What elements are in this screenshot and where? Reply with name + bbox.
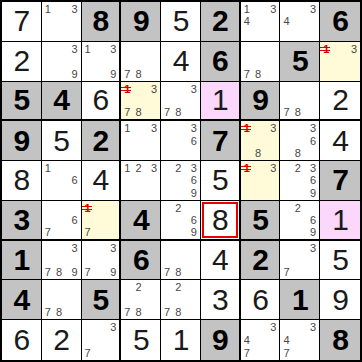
cell-r4c6[interactable]: 7 bbox=[201, 121, 241, 161]
solved-digit: 5 bbox=[332, 245, 348, 275]
cell-r2c8[interactable]: 5 bbox=[280, 42, 320, 82]
candidate-mark: 6 bbox=[71, 174, 79, 186]
candidate-mark: 3 bbox=[270, 122, 278, 134]
cell-r2c6[interactable]: 6 bbox=[201, 42, 241, 82]
candidate-mark: 3 bbox=[71, 43, 79, 55]
candidate-mark: 3 bbox=[310, 3, 318, 15]
pencil-marks: 16 bbox=[43, 162, 80, 199]
given-digit: 9 bbox=[212, 325, 228, 355]
cell-r2c3[interactable]: 139 bbox=[82, 42, 122, 82]
cell-r6c9[interactable]: 1 bbox=[320, 201, 360, 241]
solved-digit: 9 bbox=[332, 285, 348, 315]
pencil-marks: 379 bbox=[83, 242, 119, 279]
candidate-mark: 9 bbox=[71, 68, 79, 80]
candidate-mark: 9 bbox=[110, 266, 118, 278]
candidate-mark: 7 bbox=[162, 106, 170, 118]
candidate-mark: 3 bbox=[71, 3, 79, 15]
candidate-mark: 3 bbox=[151, 83, 159, 95]
cell-r4c9[interactable]: 4 bbox=[320, 121, 360, 161]
candidate-mark: 8 bbox=[294, 147, 301, 159]
candidate-mark: 7 bbox=[43, 266, 51, 278]
candidate-mark: 4 bbox=[281, 334, 289, 346]
candidate-mark: 9 bbox=[310, 226, 318, 238]
pencil-marks: 78 bbox=[242, 43, 279, 80]
candidate-mark: 8 bbox=[254, 68, 261, 80]
pencil-marks: 78 bbox=[122, 43, 159, 80]
candidate-mark: 7 bbox=[162, 306, 170, 318]
candidate-mark: 6 bbox=[71, 214, 79, 226]
candidate-mark: 4 bbox=[242, 334, 250, 346]
cell-r7c7[interactable]: 2 bbox=[241, 241, 281, 281]
given-digit: 5 bbox=[292, 46, 308, 76]
candidate-mark: 3 bbox=[270, 321, 278, 333]
cell-r4c5[interactable]: 36 bbox=[161, 121, 201, 161]
given-digit: 2 bbox=[93, 126, 109, 156]
cell-r3c3[interactable]: 6 bbox=[82, 82, 122, 122]
cell-r3c9[interactable]: 2 bbox=[320, 82, 360, 122]
cell-r7c8[interactable]: 37 bbox=[280, 241, 320, 281]
solved-digit: 1 bbox=[212, 85, 228, 115]
candidate-mark: 8 bbox=[55, 266, 62, 278]
cell-r8c1[interactable]: 4 bbox=[2, 280, 42, 320]
cell-r4c3[interactable]: 2 bbox=[82, 121, 122, 161]
pencil-marks: 378 bbox=[162, 83, 199, 119]
given-digit: 1 bbox=[14, 245, 30, 275]
candidate-mark: 9 bbox=[71, 266, 79, 278]
candidate-mark: 2 bbox=[294, 162, 301, 174]
cell-r2c7[interactable]: 78 bbox=[241, 42, 281, 82]
given-digit: 2 bbox=[252, 245, 268, 275]
cell-r5c9[interactable]: 7 bbox=[320, 161, 360, 201]
cell-r6c2[interactable]: 67 bbox=[42, 201, 82, 241]
cell-r6c4[interactable]: 4 bbox=[121, 201, 161, 241]
solved-digit: 8 bbox=[14, 165, 30, 195]
candidate-mark: 8 bbox=[135, 106, 142, 118]
candidate-mark: 3 bbox=[110, 43, 118, 55]
candidate-mark: 3 bbox=[310, 162, 318, 174]
eliminated-candidate-mark: 1 bbox=[122, 83, 130, 95]
candidate-mark: 7 bbox=[43, 226, 51, 238]
cell-r7c1[interactable]: 1 bbox=[2, 241, 42, 281]
given-digit: 5 bbox=[252, 205, 268, 235]
candidate-mark: 3 bbox=[151, 122, 159, 134]
candidate-mark: 7 bbox=[83, 266, 91, 278]
pencil-marks: 3789 bbox=[43, 242, 80, 279]
cell-r9c3[interactable]: 37 bbox=[82, 320, 122, 360]
solved-digit: 3 bbox=[212, 285, 228, 315]
solved-digit: 1 bbox=[173, 325, 189, 355]
cell-r6c5[interactable]: 269 bbox=[161, 201, 201, 241]
candidate-mark: 8 bbox=[174, 106, 181, 118]
candidate-mark: 8 bbox=[294, 106, 301, 118]
cell-r1c6[interactable]: 2 bbox=[201, 2, 241, 42]
cell-r9c8[interactable]: 347 bbox=[280, 320, 320, 360]
sudoku-board: 7138952134346239139784678513546137837819… bbox=[0, 0, 362, 362]
candidate-mark: 8 bbox=[254, 147, 261, 159]
given-digit: 4 bbox=[53, 85, 69, 115]
candidate-mark: 2 bbox=[174, 281, 181, 293]
candidate-mark: 2 bbox=[294, 202, 301, 214]
candidate-mark: 7 bbox=[83, 226, 91, 238]
cell-r4c8[interactable]: 368 bbox=[280, 121, 320, 161]
pencil-marks: 67 bbox=[43, 202, 80, 238]
pencil-marks: 78 bbox=[162, 242, 199, 279]
cell-r2c5[interactable]: 4 bbox=[161, 42, 201, 82]
candidate-mark: 7 bbox=[281, 347, 289, 359]
given-digit: 4 bbox=[133, 205, 149, 235]
solved-digit: 8 bbox=[212, 205, 228, 235]
solved-digit: 7 bbox=[14, 6, 30, 36]
solved-digit: 5 bbox=[53, 126, 69, 156]
cell-r4c4[interactable]: 13 bbox=[121, 121, 161, 161]
pencil-marks: 13 bbox=[242, 162, 279, 199]
cell-r1c9[interactable]: 6 bbox=[320, 2, 360, 42]
cell-r9c5[interactable]: 1 bbox=[161, 320, 201, 360]
cell-r6c6[interactable]: 8 bbox=[201, 201, 241, 241]
candidate-mark: 7 bbox=[162, 266, 170, 278]
cell-r2c4[interactable]: 78 bbox=[121, 42, 161, 82]
candidate-mark: 7 bbox=[83, 347, 91, 359]
cell-r8c8[interactable]: 1 bbox=[280, 280, 320, 320]
pencil-marks: 123 bbox=[122, 162, 159, 199]
cell-r8c4[interactable]: 278 bbox=[121, 280, 161, 320]
pencil-marks: 138 bbox=[242, 122, 279, 159]
solved-digit: 5 bbox=[173, 6, 189, 36]
candidate-mark: 7 bbox=[281, 106, 289, 118]
cell-r8c2[interactable]: 78 bbox=[42, 280, 82, 320]
pencil-marks: 1378 bbox=[122, 83, 159, 119]
given-digit: 2 bbox=[212, 6, 228, 36]
candidate-mark: 3 bbox=[310, 122, 318, 134]
candidate-mark: 1 bbox=[122, 162, 130, 174]
eliminated-candidate-mark: 1 bbox=[242, 122, 250, 134]
cell-r9c9[interactable]: 8 bbox=[320, 320, 360, 360]
cell-r1c4[interactable]: 9 bbox=[121, 2, 161, 42]
candidate-mark: 3 bbox=[110, 321, 118, 333]
pencil-marks: 13 bbox=[321, 43, 359, 80]
solved-digit: 4 bbox=[212, 245, 228, 275]
candidate-mark: 9 bbox=[191, 187, 199, 199]
cell-r9c1[interactable]: 6 bbox=[2, 320, 42, 360]
cell-r9c6[interactable]: 9 bbox=[201, 320, 241, 360]
candidate-mark: 2 bbox=[135, 281, 142, 293]
candidate-mark: 4 bbox=[281, 15, 289, 27]
candidate-mark: 3 bbox=[71, 242, 79, 254]
cell-r1c2[interactable]: 13 bbox=[42, 2, 82, 42]
cell-r5c2[interactable]: 16 bbox=[42, 161, 82, 201]
cell-r8c5[interactable]: 278 bbox=[161, 280, 201, 320]
candidate-mark: 2 bbox=[174, 202, 181, 214]
given-digit: 5 bbox=[14, 85, 30, 115]
pencil-marks: 39 bbox=[43, 43, 80, 80]
cell-r3c8[interactable]: 78 bbox=[280, 82, 320, 122]
candidate-mark: 3 bbox=[270, 162, 278, 174]
cell-r2c2[interactable]: 39 bbox=[42, 42, 82, 82]
solved-digit: 6 bbox=[93, 85, 109, 115]
cell-r3c2[interactable]: 4 bbox=[42, 82, 82, 122]
candidate-mark: 9 bbox=[110, 68, 118, 80]
candidate-mark: 6 bbox=[191, 135, 199, 147]
pencil-marks: 17 bbox=[83, 202, 119, 238]
solved-digit: 6 bbox=[252, 285, 268, 315]
cell-r5c8[interactable]: 2369 bbox=[280, 161, 320, 201]
candidate-mark: 7 bbox=[242, 347, 250, 359]
candidate-mark: 7 bbox=[122, 306, 130, 318]
solved-digit: 4 bbox=[93, 165, 109, 195]
given-digit: 9 bbox=[252, 85, 268, 115]
eliminated-candidate-mark: 1 bbox=[321, 43, 329, 55]
solved-digit: 4 bbox=[332, 126, 348, 156]
cell-r5c3[interactable]: 4 bbox=[82, 161, 122, 201]
cell-r1c7[interactable]: 134 bbox=[241, 2, 281, 42]
candidate-mark: 7 bbox=[122, 68, 130, 80]
candidate-mark: 1 bbox=[242, 3, 250, 15]
candidate-mark: 6 bbox=[310, 214, 318, 226]
candidate-mark: 3 bbox=[191, 162, 199, 174]
cell-r1c5[interactable]: 5 bbox=[161, 2, 201, 42]
pencil-marks: 278 bbox=[162, 281, 199, 318]
cell-r3c6[interactable]: 1 bbox=[201, 82, 241, 122]
cell-r1c8[interactable]: 34 bbox=[280, 2, 320, 42]
given-digit: 7 bbox=[212, 126, 228, 156]
cell-r5c6[interactable]: 5 bbox=[201, 161, 241, 201]
given-digit: 6 bbox=[212, 46, 228, 76]
cell-r7c9[interactable]: 5 bbox=[320, 241, 360, 281]
pencil-marks: 13 bbox=[122, 122, 159, 159]
cell-r7c2[interactable]: 3789 bbox=[42, 241, 82, 281]
pencil-marks: 78 bbox=[281, 83, 318, 119]
candidate-mark: 9 bbox=[310, 187, 318, 199]
cell-r1c3[interactable]: 8 bbox=[82, 2, 122, 42]
solved-digit: 6 bbox=[14, 325, 30, 355]
solved-digit: 2 bbox=[14, 46, 30, 76]
candidate-mark: 8 bbox=[174, 306, 181, 318]
candidate-mark: 8 bbox=[135, 68, 142, 80]
pencil-marks: 134 bbox=[242, 3, 279, 40]
cell-r3c4[interactable]: 1378 bbox=[121, 82, 161, 122]
cell-r7c5[interactable]: 78 bbox=[161, 241, 201, 281]
pencil-marks: 2369 bbox=[281, 162, 318, 199]
given-digit: 9 bbox=[133, 6, 149, 36]
eliminated-candidate-mark: 1 bbox=[83, 202, 91, 214]
cell-r3c1[interactable]: 5 bbox=[2, 82, 42, 122]
given-digit: 6 bbox=[133, 245, 149, 275]
cell-r7c4[interactable]: 6 bbox=[121, 241, 161, 281]
cell-r9c4[interactable]: 5 bbox=[121, 320, 161, 360]
pencil-marks: 347 bbox=[281, 321, 318, 359]
given-digit: 6 bbox=[332, 6, 348, 36]
candidate-mark: 1 bbox=[43, 162, 51, 174]
candidate-mark: 3 bbox=[110, 242, 118, 254]
pencil-marks: 78 bbox=[43, 281, 80, 318]
candidate-mark: 3 bbox=[151, 162, 159, 174]
candidate-mark: 9 bbox=[191, 226, 199, 238]
candidate-mark: 6 bbox=[310, 135, 318, 147]
cell-r5c4[interactable]: 123 bbox=[121, 161, 161, 201]
cell-r5c7[interactable]: 13 bbox=[241, 161, 281, 201]
cell-r1c1[interactable]: 7 bbox=[2, 2, 42, 42]
pencil-marks: 278 bbox=[122, 281, 159, 318]
cell-r7c3[interactable]: 379 bbox=[82, 241, 122, 281]
candidate-mark: 2 bbox=[135, 162, 142, 174]
given-digit: 5 bbox=[93, 285, 109, 315]
cell-r5c1[interactable]: 8 bbox=[2, 161, 42, 201]
cell-r4c2[interactable]: 5 bbox=[42, 121, 82, 161]
given-digit: 9 bbox=[14, 126, 30, 156]
eliminated-candidate-mark: 1 bbox=[242, 162, 250, 174]
candidate-mark: 6 bbox=[191, 174, 199, 186]
candidate-mark: 6 bbox=[310, 174, 318, 186]
pencil-marks: 37 bbox=[83, 321, 119, 359]
pencil-marks: 347 bbox=[242, 321, 279, 359]
candidate-mark: 3 bbox=[310, 242, 318, 254]
given-digit: 1 bbox=[292, 285, 308, 315]
candidate-mark: 2 bbox=[174, 162, 181, 174]
candidate-mark: 7 bbox=[43, 306, 51, 318]
candidate-mark: 1 bbox=[83, 43, 91, 55]
cell-r7c6[interactable]: 4 bbox=[201, 241, 241, 281]
given-digit: 3 bbox=[14, 205, 30, 235]
cell-r6c1[interactable]: 3 bbox=[2, 201, 42, 241]
candidate-mark: 3 bbox=[191, 83, 199, 95]
solved-digit: 5 bbox=[133, 325, 149, 355]
cell-r9c2[interactable]: 2 bbox=[42, 320, 82, 360]
candidate-mark: 3 bbox=[351, 43, 359, 55]
candidate-mark: 3 bbox=[270, 3, 278, 15]
cell-r5c5[interactable]: 2369 bbox=[161, 161, 201, 201]
given-digit: 8 bbox=[93, 6, 109, 36]
solved-digit: 4 bbox=[173, 46, 189, 76]
pencil-marks: 139 bbox=[83, 43, 119, 80]
cell-r3c5[interactable]: 378 bbox=[161, 82, 201, 122]
pencil-marks: 2369 bbox=[162, 162, 199, 199]
pencil-marks: 13 bbox=[43, 3, 80, 40]
candidate-mark: 7 bbox=[242, 68, 250, 80]
pencil-marks: 269 bbox=[162, 202, 199, 238]
pencil-marks: 368 bbox=[281, 122, 318, 159]
solved-digit: 2 bbox=[332, 85, 348, 115]
candidate-mark: 3 bbox=[191, 122, 199, 134]
solved-digit: 1 bbox=[332, 205, 348, 235]
pencil-marks: 34 bbox=[281, 3, 318, 40]
pencil-marks: 36 bbox=[162, 122, 199, 159]
given-digit: 8 bbox=[332, 325, 348, 355]
candidate-mark: 8 bbox=[174, 266, 181, 278]
cell-r8c7[interactable]: 6 bbox=[241, 280, 281, 320]
candidate-mark: 8 bbox=[135, 306, 142, 318]
candidate-mark: 1 bbox=[43, 3, 51, 15]
cell-r6c3[interactable]: 17 bbox=[82, 201, 122, 241]
pencil-marks: 37 bbox=[281, 242, 318, 279]
candidate-mark: 3 bbox=[310, 321, 318, 333]
candidate-mark: 7 bbox=[281, 266, 289, 278]
candidate-mark: 7 bbox=[122, 106, 130, 118]
cell-r4c7[interactable]: 138 bbox=[241, 121, 281, 161]
cell-r9c7[interactable]: 347 bbox=[241, 320, 281, 360]
cell-r8c3[interactable]: 5 bbox=[82, 280, 122, 320]
cell-r8c6[interactable]: 3 bbox=[201, 280, 241, 320]
candidate-mark: 8 bbox=[55, 306, 62, 318]
solved-digit: 2 bbox=[53, 325, 69, 355]
candidate-mark: 6 bbox=[191, 214, 199, 226]
cell-r4c1[interactable]: 9 bbox=[2, 121, 42, 161]
cell-r6c7[interactable]: 5 bbox=[241, 201, 281, 241]
candidate-mark: 4 bbox=[242, 15, 250, 27]
given-digit: 7 bbox=[332, 165, 348, 195]
cell-r3c7[interactable]: 9 bbox=[241, 82, 281, 122]
pencil-marks: 269 bbox=[281, 202, 318, 238]
cell-r6c8[interactable]: 269 bbox=[280, 201, 320, 241]
cell-r8c9[interactable]: 9 bbox=[320, 280, 360, 320]
cell-r2c9[interactable]: 13 bbox=[320, 42, 360, 82]
candidate-mark: 1 bbox=[122, 122, 130, 134]
given-digit: 4 bbox=[14, 285, 30, 315]
solved-digit: 5 bbox=[212, 165, 228, 195]
cell-r2c1[interactable]: 2 bbox=[2, 42, 42, 82]
